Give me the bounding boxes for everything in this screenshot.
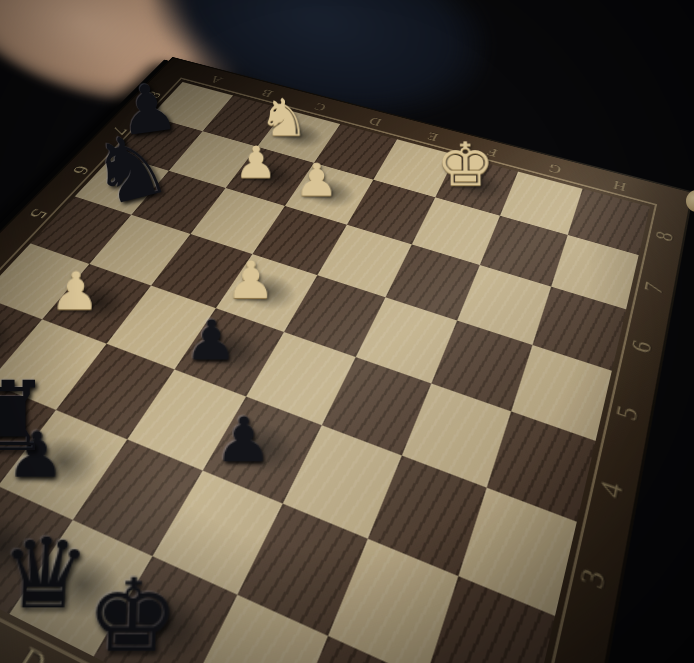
- black-pawn-d4: ♟: [165, 314, 256, 370]
- white-king-f8: ♚: [428, 135, 503, 195]
- black-king-e1: ♚: [72, 566, 193, 663]
- white-knight-c8: ♞: [249, 92, 319, 144]
- white-pawn-d5: ♟: [208, 255, 293, 307]
- board-scene: AABBCCDDEEFFGGHH1122334455667788 ♞♚♟♟♟♟♜…: [0, 0, 694, 663]
- black-pawn-e3: ♟: [193, 410, 293, 472]
- white-pawn-b4: ♟: [31, 266, 118, 318]
- photo-stage: AABBCCDDEEFFGGHH1122334455667788 ♞♚♟♟♟♟♜…: [0, 0, 694, 663]
- offboard-black-rook: ♜: [0, 370, 51, 466]
- white-pawn-d7: ♟: [279, 158, 354, 203]
